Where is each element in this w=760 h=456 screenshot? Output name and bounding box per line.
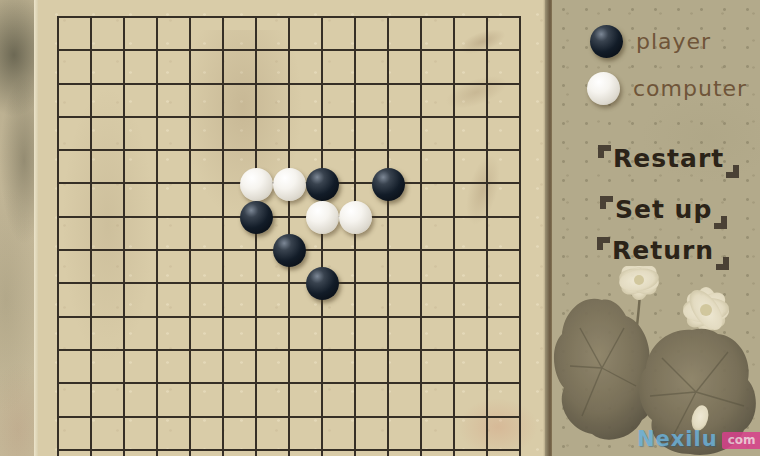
board-cell[interactable] xyxy=(158,151,191,184)
board-cell[interactable] xyxy=(290,284,323,317)
board-cell[interactable] xyxy=(455,318,488,351)
board-cell[interactable] xyxy=(191,184,224,217)
board-cell[interactable] xyxy=(92,318,125,351)
board-cell[interactable] xyxy=(290,184,323,217)
board-cell[interactable] xyxy=(191,218,224,251)
board-cell[interactable] xyxy=(356,218,389,251)
board-cell[interactable] xyxy=(59,151,92,184)
board-cell[interactable] xyxy=(224,351,257,384)
board-cell[interactable] xyxy=(455,251,488,284)
board-cell[interactable] xyxy=(323,451,356,456)
board-cell[interactable] xyxy=(323,118,356,151)
player-label: player xyxy=(636,29,711,54)
board-cell[interactable] xyxy=(455,384,488,417)
board-cell[interactable] xyxy=(257,251,290,284)
board-cell[interactable] xyxy=(389,451,422,456)
board-cell[interactable] xyxy=(191,118,224,151)
board-cell[interactable] xyxy=(323,284,356,317)
board-cell[interactable] xyxy=(455,184,488,217)
board-cell[interactable] xyxy=(422,85,455,118)
board-cell[interactable] xyxy=(356,151,389,184)
board-cell[interactable] xyxy=(422,18,455,51)
board-cell[interactable] xyxy=(422,284,455,317)
board-cell[interactable] xyxy=(191,51,224,84)
board-cell[interactable] xyxy=(191,351,224,384)
board-cell[interactable] xyxy=(290,85,323,118)
board-cell[interactable] xyxy=(158,85,191,118)
board-cell[interactable] xyxy=(389,85,422,118)
board-cell[interactable] xyxy=(191,451,224,456)
board-cell[interactable] xyxy=(323,184,356,217)
board-cell[interactable] xyxy=(257,18,290,51)
board-cell[interactable] xyxy=(488,151,521,184)
board-cell[interactable] xyxy=(323,51,356,84)
white-stone-icon xyxy=(587,72,620,105)
board-cell[interactable] xyxy=(290,451,323,456)
board-cell[interactable] xyxy=(422,451,455,456)
board-cell[interactable] xyxy=(158,451,191,456)
board-cell[interactable] xyxy=(92,218,125,251)
board-cell[interactable] xyxy=(191,384,224,417)
bracket-bottomright-icon xyxy=(714,216,727,229)
board-cell[interactable] xyxy=(92,151,125,184)
board-cell[interactable] xyxy=(488,218,521,251)
board-cell[interactable] xyxy=(158,384,191,417)
sidebar: player computer Restart Set up Return xyxy=(552,0,760,456)
gomoku-app: player computer Restart Set up Return xyxy=(0,0,760,456)
board-cell[interactable] xyxy=(92,418,125,451)
board-cell[interactable] xyxy=(356,284,389,317)
board-cell[interactable] xyxy=(125,51,158,84)
board-cell[interactable] xyxy=(257,118,290,151)
board-cell[interactable] xyxy=(257,218,290,251)
board-cell[interactable] xyxy=(125,184,158,217)
board-cell[interactable] xyxy=(224,384,257,417)
board-cell[interactable] xyxy=(389,51,422,84)
board-cell[interactable] xyxy=(125,418,158,451)
board-cell[interactable] xyxy=(488,85,521,118)
board-cell[interactable] xyxy=(257,384,290,417)
board-cell[interactable] xyxy=(59,251,92,284)
board-cell[interactable] xyxy=(389,284,422,317)
board-cell[interactable] xyxy=(323,18,356,51)
board-cell[interactable] xyxy=(422,351,455,384)
board-cell[interactable] xyxy=(92,18,125,51)
board-cell[interactable] xyxy=(356,251,389,284)
board-cell[interactable] xyxy=(257,284,290,317)
board-cell[interactable] xyxy=(290,318,323,351)
board-cell[interactable] xyxy=(59,85,92,118)
bracket-topleft-icon xyxy=(597,237,610,250)
black-stone-icon xyxy=(590,25,623,58)
board-cell[interactable] xyxy=(92,384,125,417)
board-cell[interactable] xyxy=(257,184,290,217)
board-cell[interactable] xyxy=(389,184,422,217)
board-cell[interactable] xyxy=(224,118,257,151)
board-cell[interactable] xyxy=(422,318,455,351)
left-paper-strip xyxy=(0,0,34,456)
board-panel xyxy=(38,0,545,456)
board-cell[interactable] xyxy=(224,85,257,118)
board-cell[interactable] xyxy=(92,118,125,151)
board-cell[interactable] xyxy=(59,218,92,251)
board-cell[interactable] xyxy=(290,118,323,151)
board-cell[interactable] xyxy=(323,251,356,284)
board-cell[interactable] xyxy=(422,418,455,451)
board-cell[interactable] xyxy=(92,284,125,317)
board-cell[interactable] xyxy=(92,351,125,384)
board-cell[interactable] xyxy=(59,451,92,456)
board-cell[interactable] xyxy=(455,418,488,451)
board-cell[interactable] xyxy=(158,18,191,51)
board-cell[interactable] xyxy=(59,51,92,84)
board-cell[interactable] xyxy=(59,384,92,417)
board-cell[interactable] xyxy=(158,118,191,151)
board-cell[interactable] xyxy=(59,184,92,217)
board-cell[interactable] xyxy=(59,351,92,384)
board-cell[interactable] xyxy=(224,218,257,251)
board-cell[interactable] xyxy=(488,284,521,317)
board-cell[interactable] xyxy=(488,451,521,456)
board-cell[interactable] xyxy=(125,318,158,351)
return-button[interactable]: Return xyxy=(597,235,729,270)
board-cell[interactable] xyxy=(488,184,521,217)
board-cell[interactable] xyxy=(290,51,323,84)
board-cell[interactable] xyxy=(455,151,488,184)
board-cell[interactable] xyxy=(59,418,92,451)
bracket-topleft-icon xyxy=(600,196,613,209)
board-cell[interactable] xyxy=(257,351,290,384)
board-cell[interactable] xyxy=(488,351,521,384)
bracket-bottomright-icon xyxy=(726,165,739,178)
board-cell[interactable] xyxy=(191,418,224,451)
board-cell[interactable] xyxy=(455,118,488,151)
board-cell[interactable] xyxy=(488,18,521,51)
board-cell[interactable] xyxy=(356,51,389,84)
board-cell[interactable] xyxy=(455,284,488,317)
board-cell[interactable] xyxy=(224,318,257,351)
board-cell[interactable] xyxy=(158,218,191,251)
computer-label: computer xyxy=(633,76,747,101)
board-cell[interactable] xyxy=(125,151,158,184)
board-cell[interactable] xyxy=(59,18,92,51)
board-cell[interactable] xyxy=(125,451,158,456)
board-cell[interactable] xyxy=(356,18,389,51)
board-cell[interactable] xyxy=(290,251,323,284)
board-cell[interactable] xyxy=(191,318,224,351)
board-cell[interactable] xyxy=(323,384,356,417)
board-cell[interactable] xyxy=(422,251,455,284)
board-cell[interactable] xyxy=(356,118,389,151)
board-cell[interactable] xyxy=(158,251,191,284)
board-cell[interactable] xyxy=(290,418,323,451)
board-cell[interactable] xyxy=(389,418,422,451)
board-cell[interactable] xyxy=(290,18,323,51)
board-cell[interactable] xyxy=(356,85,389,118)
board-cell[interactable] xyxy=(356,418,389,451)
board-cell[interactable] xyxy=(356,451,389,456)
board-cell[interactable] xyxy=(488,418,521,451)
board-cell[interactable] xyxy=(389,251,422,284)
board-cell[interactable] xyxy=(323,418,356,451)
board-cell[interactable] xyxy=(323,151,356,184)
board-cell[interactable] xyxy=(92,85,125,118)
board-cell[interactable] xyxy=(125,118,158,151)
return-button-label: Return xyxy=(612,236,714,265)
watermark-suffix: com xyxy=(722,432,760,449)
board-cell[interactable] xyxy=(323,318,356,351)
board-cell[interactable] xyxy=(290,218,323,251)
bracket-topleft-icon xyxy=(598,145,611,158)
board-cell[interactable] xyxy=(257,85,290,118)
board-cell[interactable] xyxy=(323,351,356,384)
board-cell[interactable] xyxy=(389,151,422,184)
board-cell[interactable] xyxy=(356,351,389,384)
board-cell[interactable] xyxy=(224,18,257,51)
board-cell[interactable] xyxy=(257,451,290,456)
board-cell[interactable] xyxy=(389,18,422,51)
board-cell[interactable] xyxy=(422,384,455,417)
watermark: Nexilu com xyxy=(637,427,760,451)
board-cell[interactable] xyxy=(224,151,257,184)
board-cell[interactable] xyxy=(257,51,290,84)
board-cell[interactable] xyxy=(488,118,521,151)
board-cell[interactable] xyxy=(488,251,521,284)
board-cell[interactable] xyxy=(224,284,257,317)
restart-button-label: Restart xyxy=(613,144,724,173)
board-cell[interactable] xyxy=(92,184,125,217)
board-cell[interactable] xyxy=(422,118,455,151)
board-cell[interactable] xyxy=(125,218,158,251)
board-cell[interactable] xyxy=(158,51,191,84)
board-cell[interactable] xyxy=(389,351,422,384)
board-cell[interactable] xyxy=(191,85,224,118)
board-cell[interactable] xyxy=(257,151,290,184)
board-cell[interactable] xyxy=(224,184,257,217)
board-cell[interactable] xyxy=(422,151,455,184)
legend-player: player xyxy=(590,25,711,58)
board-cell[interactable] xyxy=(488,384,521,417)
board-cell[interactable] xyxy=(158,284,191,317)
board-cell[interactable] xyxy=(290,384,323,417)
board-cell[interactable] xyxy=(455,351,488,384)
board-cell[interactable] xyxy=(92,251,125,284)
board-cell[interactable] xyxy=(323,85,356,118)
lotus-flower xyxy=(681,284,732,335)
board-cell[interactable] xyxy=(356,384,389,417)
board-cell[interactable] xyxy=(290,151,323,184)
board-cell[interactable] xyxy=(125,85,158,118)
board-cell[interactable] xyxy=(158,318,191,351)
setup-button[interactable]: Set up xyxy=(600,194,727,229)
restart-button[interactable]: Restart xyxy=(598,143,739,178)
board-cell[interactable] xyxy=(224,451,257,456)
board-cell[interactable] xyxy=(455,451,488,456)
board-cell[interactable] xyxy=(125,251,158,284)
board-cell[interactable] xyxy=(455,51,488,84)
board-cell[interactable] xyxy=(257,418,290,451)
board-cell[interactable] xyxy=(158,351,191,384)
board-cell[interactable] xyxy=(125,18,158,51)
board-cell[interactable] xyxy=(389,118,422,151)
board-cell[interactable] xyxy=(422,184,455,217)
board-cell[interactable] xyxy=(455,218,488,251)
board-cell[interactable] xyxy=(59,284,92,317)
board-cell[interactable] xyxy=(356,318,389,351)
board-cell[interactable] xyxy=(488,51,521,84)
board-cell[interactable] xyxy=(356,184,389,217)
board-cell[interactable] xyxy=(290,351,323,384)
board-cell[interactable] xyxy=(422,218,455,251)
setup-button-label: Set up xyxy=(615,195,712,224)
board-cell[interactable] xyxy=(257,318,290,351)
board-cell[interactable] xyxy=(488,318,521,351)
gomoku-board-grid[interactable] xyxy=(57,16,521,456)
board-cell[interactable] xyxy=(323,218,356,251)
board-cell[interactable] xyxy=(389,218,422,251)
lotus-flower xyxy=(616,266,661,300)
board-cell[interactable] xyxy=(59,318,92,351)
board-cell[interactable] xyxy=(158,184,191,217)
board-cell[interactable] xyxy=(191,251,224,284)
watermark-name: Nexilu xyxy=(637,427,718,451)
board-cell[interactable] xyxy=(125,384,158,417)
board-cell[interactable] xyxy=(191,18,224,51)
board-cell[interactable] xyxy=(191,284,224,317)
board-cell[interactable] xyxy=(224,251,257,284)
board-cell[interactable] xyxy=(158,418,191,451)
legend-computer: computer xyxy=(587,72,747,105)
board-cell[interactable] xyxy=(422,51,455,84)
board-cell[interactable] xyxy=(92,451,125,456)
board-cell[interactable] xyxy=(389,318,422,351)
board-cell[interactable] xyxy=(191,151,224,184)
board-cell[interactable] xyxy=(389,384,422,417)
board-cell[interactable] xyxy=(125,351,158,384)
board-cell[interactable] xyxy=(125,284,158,317)
board-cell[interactable] xyxy=(455,18,488,51)
board-cell[interactable] xyxy=(455,85,488,118)
board-cell[interactable] xyxy=(92,51,125,84)
board-cell[interactable] xyxy=(59,118,92,151)
board-cell[interactable] xyxy=(224,418,257,451)
board-cell[interactable] xyxy=(224,51,257,84)
